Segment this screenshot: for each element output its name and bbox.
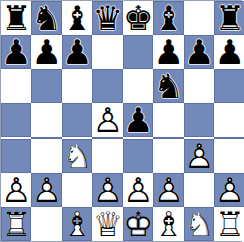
square-e2[interactable]: ♙ (123, 173, 153, 207)
square-e6[interactable] (123, 69, 153, 103)
piece-white-pawn[interactable]: ♙ (1, 173, 31, 207)
square-f2[interactable]: ♙ (153, 173, 183, 207)
square-a6[interactable] (1, 69, 31, 103)
piece-black-rook[interactable]: ♜ (214, 1, 244, 35)
square-d7[interactable] (92, 35, 122, 69)
square-h6[interactable] (214, 69, 244, 103)
piece-white-pawn[interactable]: ♙ (214, 173, 244, 207)
piece-white-pawn[interactable]: ♙ (92, 103, 122, 137)
square-a7[interactable]: ♟ (1, 35, 31, 69)
piece-black-pawn[interactable]: ♟ (123, 103, 153, 137)
square-d8[interactable]: ♛ (92, 1, 122, 35)
piece-black-pawn[interactable]: ♟ (184, 35, 214, 69)
square-h5[interactable] (214, 103, 244, 137)
piece-black-rook[interactable]: ♜ (1, 1, 31, 35)
piece-black-queen[interactable]: ♛ (92, 1, 122, 35)
piece-black-pawn[interactable]: ♟ (214, 35, 244, 69)
square-c5[interactable] (62, 103, 92, 137)
square-f1[interactable]: ♗ (153, 207, 183, 241)
square-f3[interactable] (153, 139, 183, 173)
square-c8[interactable]: ♝ (62, 1, 92, 35)
square-h7[interactable]: ♟ (214, 35, 244, 69)
square-a8[interactable]: ♜ (1, 1, 31, 35)
square-c6[interactable] (62, 69, 92, 103)
square-g6[interactable] (184, 69, 214, 103)
square-b2[interactable]: ♙ (31, 173, 61, 207)
square-e3[interactable] (123, 139, 153, 173)
square-e8[interactable]: ♚ (123, 1, 153, 35)
square-f6[interactable]: ♞ (153, 69, 183, 103)
square-d2[interactable]: ♙ (92, 173, 122, 207)
square-e1[interactable]: ♔ (123, 207, 153, 241)
piece-white-pawn[interactable]: ♙ (184, 139, 214, 173)
square-b7[interactable]: ♟ (31, 35, 61, 69)
square-f8[interactable]: ♝ (153, 1, 183, 35)
piece-black-bishop[interactable]: ♝ (62, 1, 92, 35)
square-a2[interactable]: ♙ (1, 173, 31, 207)
square-g2[interactable] (184, 173, 214, 207)
piece-black-pawn[interactable]: ♟ (153, 35, 183, 69)
square-h8[interactable]: ♜ (214, 1, 244, 35)
square-c7[interactable]: ♟ (62, 35, 92, 69)
piece-white-pawn[interactable]: ♙ (92, 173, 122, 207)
piece-white-bishop[interactable]: ♗ (62, 207, 92, 241)
square-d3[interactable] (92, 139, 122, 173)
square-e7[interactable] (123, 35, 153, 69)
piece-black-pawn[interactable]: ♟ (31, 35, 61, 69)
square-d6[interactable] (92, 69, 122, 103)
square-d5[interactable]: ♙ (92, 103, 122, 137)
square-f7[interactable]: ♟ (153, 35, 183, 69)
square-d1[interactable]: ♕ (92, 207, 122, 241)
square-c2[interactable] (62, 173, 92, 207)
square-a3[interactable] (1, 139, 31, 173)
square-a1[interactable]: ♖ (1, 207, 31, 241)
square-g3[interactable]: ♙ (184, 139, 214, 173)
square-b3[interactable] (31, 139, 61, 173)
square-c3[interactable]: ♘ (62, 139, 92, 173)
square-a5[interactable] (1, 103, 31, 137)
piece-white-bishop[interactable]: ♗ (153, 207, 183, 241)
square-e5[interactable]: ♟ (123, 103, 153, 137)
piece-black-king[interactable]: ♚ (123, 1, 153, 35)
piece-white-pawn[interactable]: ♙ (31, 173, 61, 207)
piece-white-rook[interactable]: ♖ (1, 207, 31, 241)
square-g8[interactable] (184, 1, 214, 35)
piece-black-bishop[interactable]: ♝ (153, 1, 183, 35)
piece-white-rook[interactable]: ♖ (214, 207, 244, 241)
square-g1[interactable]: ♘ (184, 207, 214, 241)
piece-white-queen[interactable]: ♕ (92, 207, 122, 241)
piece-white-knight[interactable]: ♘ (184, 207, 214, 241)
square-h3[interactable] (214, 139, 244, 173)
square-b1[interactable] (31, 207, 61, 241)
square-f5[interactable] (153, 103, 183, 137)
piece-white-king[interactable]: ♔ (123, 207, 153, 241)
square-g5[interactable] (184, 103, 214, 137)
piece-black-pawn[interactable]: ♟ (62, 35, 92, 69)
piece-white-knight[interactable]: ♘ (62, 139, 92, 173)
piece-white-pawn[interactable]: ♙ (153, 173, 183, 207)
chess-board: ♜♞♝♛♚♝♜♟♟♟♟♟♟♞♙♟♘♙♙♙♙♙♙♙♖♗♕♔♗♘♖ (0, 0, 242, 242)
square-g7[interactable]: ♟ (184, 35, 214, 69)
piece-black-pawn[interactable]: ♟ (1, 35, 31, 69)
piece-white-pawn[interactable]: ♙ (123, 173, 153, 207)
square-h2[interactable]: ♙ (214, 173, 244, 207)
square-h1[interactable]: ♖ (214, 207, 244, 241)
piece-black-knight[interactable]: ♞ (153, 69, 183, 103)
square-c1[interactable]: ♗ (62, 207, 92, 241)
piece-black-knight[interactable]: ♞ (31, 1, 61, 35)
square-b6[interactable] (31, 69, 61, 103)
square-b8[interactable]: ♞ (31, 1, 61, 35)
square-b5[interactable] (31, 103, 61, 137)
